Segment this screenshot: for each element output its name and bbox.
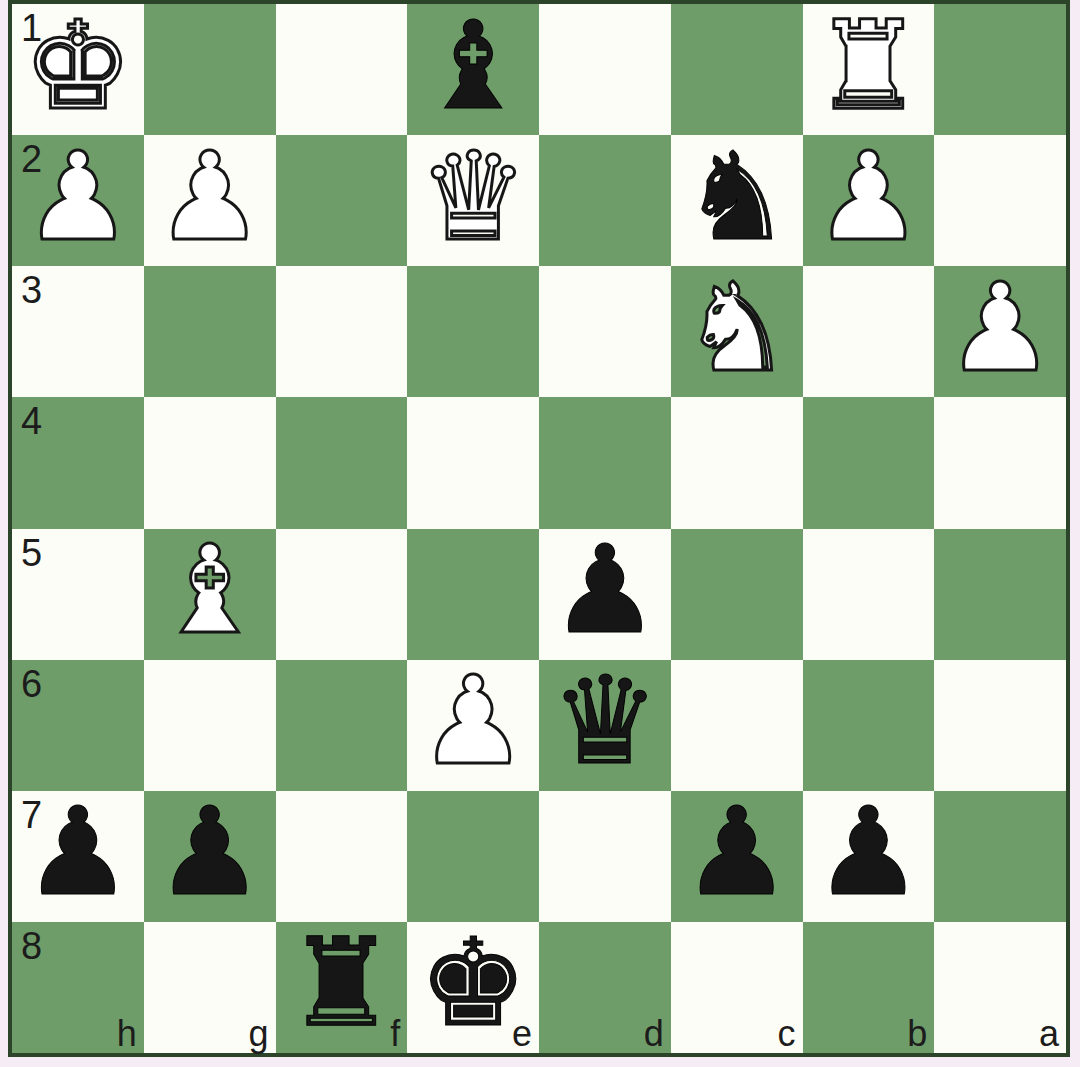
square-f5[interactable] [276, 529, 408, 660]
square-a3[interactable]: ♟ [934, 266, 1066, 397]
square-b2[interactable]: ♟ [803, 135, 935, 266]
square-f2[interactable] [276, 135, 408, 266]
square-g5[interactable]: ♝ [144, 529, 276, 660]
square-g6[interactable] [144, 660, 276, 791]
white-rook-piece[interactable]: ♜ [814, 5, 923, 127]
square-d8[interactable]: d [539, 922, 671, 1053]
white-pawn-piece[interactable]: ♟ [945, 267, 1054, 389]
square-c3[interactable]: ♞ [671, 266, 803, 397]
file-label-f: f [390, 1016, 400, 1052]
rank-label-8: 8 [21, 927, 42, 965]
white-queen-piece[interactable]: ♛ [418, 136, 527, 258]
rank-label-5: 5 [21, 534, 42, 572]
square-c6[interactable] [671, 660, 803, 791]
file-label-e: e [512, 1016, 532, 1052]
square-e3[interactable] [407, 266, 539, 397]
square-b1[interactable]: ♜ [803, 4, 935, 135]
square-h3[interactable]: 3 [12, 266, 144, 397]
white-pawn-piece[interactable]: ♟ [155, 136, 264, 258]
white-pawn-piece[interactable]: ♟ [23, 136, 132, 258]
square-h5[interactable]: 5 [12, 529, 144, 660]
square-b6[interactable] [803, 660, 935, 791]
square-e7[interactable] [407, 791, 539, 922]
black-knight-piece[interactable]: ♞ [682, 136, 791, 258]
square-e6[interactable]: ♟ [407, 660, 539, 791]
file-label-c: c [778, 1016, 796, 1052]
square-g3[interactable] [144, 266, 276, 397]
file-label-h: h [117, 1016, 137, 1052]
square-c1[interactable] [671, 4, 803, 135]
square-c5[interactable] [671, 529, 803, 660]
black-bishop-piece[interactable]: ♝ [418, 5, 527, 127]
square-a1[interactable] [934, 4, 1066, 135]
square-d1[interactable] [539, 4, 671, 135]
white-pawn-piece[interactable]: ♟ [418, 660, 527, 782]
rank-label-6: 6 [21, 665, 42, 703]
black-pawn-piece[interactable]: ♟ [155, 791, 264, 913]
square-a5[interactable] [934, 529, 1066, 660]
white-pawn-piece[interactable]: ♟ [814, 136, 923, 258]
square-g4[interactable] [144, 397, 276, 528]
square-f1[interactable] [276, 4, 408, 135]
white-knight-piece[interactable]: ♞ [682, 267, 791, 389]
square-g8[interactable]: g [144, 922, 276, 1053]
black-rook-piece[interactable]: ♜ [287, 922, 396, 1044]
square-d5[interactable]: ♟ [539, 529, 671, 660]
black-pawn-piece[interactable]: ♟ [550, 529, 659, 651]
black-pawn-piece[interactable]: ♟ [23, 791, 132, 913]
square-b7[interactable]: ♟ [803, 791, 935, 922]
square-c2[interactable]: ♞ [671, 135, 803, 266]
chess-board: 1♚♝♜2♟♟♛♞♟3♞♟45♝♟6♟♛7♟♟♟♟8hg♜f♚edcba [8, 0, 1070, 1057]
square-f6[interactable] [276, 660, 408, 791]
square-d7[interactable] [539, 791, 671, 922]
square-g2[interactable]: ♟ [144, 135, 276, 266]
square-h6[interactable]: 6 [12, 660, 144, 791]
file-label-d: d [644, 1016, 664, 1052]
square-b3[interactable] [803, 266, 935, 397]
square-e4[interactable] [407, 397, 539, 528]
file-label-g: g [248, 1016, 268, 1052]
square-h4[interactable]: 4 [12, 397, 144, 528]
square-b5[interactable] [803, 529, 935, 660]
square-d4[interactable] [539, 397, 671, 528]
square-b4[interactable] [803, 397, 935, 528]
square-h1[interactable]: 1♚ [12, 4, 144, 135]
page: { "game": "chess", "board": { "orientati… [0, 0, 1080, 1067]
square-a2[interactable] [934, 135, 1066, 266]
square-h7[interactable]: 7♟ [12, 791, 144, 922]
square-c7[interactable]: ♟ [671, 791, 803, 922]
file-label-b: b [907, 1016, 927, 1052]
square-f7[interactable] [276, 791, 408, 922]
square-g7[interactable]: ♟ [144, 791, 276, 922]
black-pawn-piece[interactable]: ♟ [682, 791, 791, 913]
square-h8[interactable]: 8h [12, 922, 144, 1053]
square-h2[interactable]: 2♟ [12, 135, 144, 266]
square-a7[interactable] [934, 791, 1066, 922]
square-d3[interactable] [539, 266, 671, 397]
square-f8[interactable]: ♜f [276, 922, 408, 1053]
square-e1[interactable]: ♝ [407, 4, 539, 135]
square-d2[interactable] [539, 135, 671, 266]
black-pawn-piece[interactable]: ♟ [814, 791, 923, 913]
square-d6[interactable]: ♛ [539, 660, 671, 791]
square-a6[interactable] [934, 660, 1066, 791]
square-a8[interactable]: a [934, 922, 1066, 1053]
white-king-piece[interactable]: ♚ [23, 5, 132, 127]
rank-label-4: 4 [21, 402, 42, 440]
white-bishop-piece[interactable]: ♝ [155, 529, 264, 651]
square-e2[interactable]: ♛ [407, 135, 539, 266]
square-b8[interactable]: b [803, 922, 935, 1053]
square-c8[interactable]: c [671, 922, 803, 1053]
rank-label-3: 3 [21, 271, 42, 309]
square-g1[interactable] [144, 4, 276, 135]
square-f4[interactable] [276, 397, 408, 528]
black-queen-piece[interactable]: ♛ [550, 660, 659, 782]
file-label-a: a [1039, 1016, 1059, 1052]
square-e5[interactable] [407, 529, 539, 660]
square-f3[interactable] [276, 266, 408, 397]
square-c4[interactable] [671, 397, 803, 528]
square-a4[interactable] [934, 397, 1066, 528]
square-e8[interactable]: ♚e [407, 922, 539, 1053]
